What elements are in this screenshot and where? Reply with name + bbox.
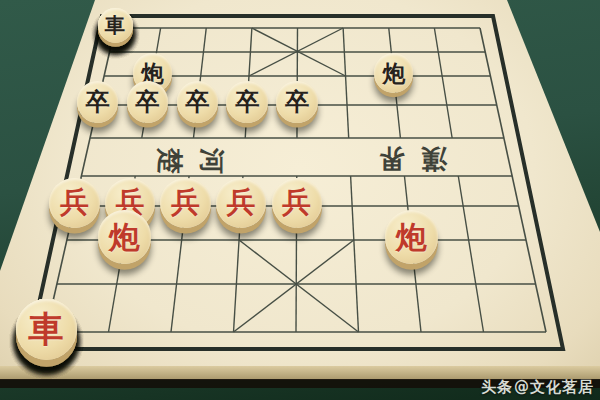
piece-black-chariot[interactable]: 車 xyxy=(98,8,133,43)
piece-black-soldier[interactable]: 卒 xyxy=(127,81,169,123)
piece-red-chariot[interactable]: 車 xyxy=(16,299,77,360)
pieces-layer: 車馬象士将士象馬車炮炮卒卒卒卒卒兵兵兵兵兵炮炮車馬相士帥士相馬車 xyxy=(0,0,600,400)
piece-red-soldier[interactable]: 兵 xyxy=(49,178,99,228)
piece-black-cannon[interactable]: 炮 xyxy=(374,53,413,92)
piece-black-soldier[interactable]: 卒 xyxy=(177,81,219,123)
piece-red-cannon[interactable]: 炮 xyxy=(385,210,438,263)
piece-black-soldier[interactable]: 卒 xyxy=(226,81,268,123)
xiangqi-photo: 楚河 漢界 車馬象士将士象馬車炮炮卒卒卒卒卒兵兵兵兵兵炮炮車馬相士帥士相馬車 头… xyxy=(0,0,600,400)
piece-black-soldier[interactable]: 卒 xyxy=(276,81,318,123)
watermark-brand: 头条 xyxy=(481,378,513,396)
piece-red-soldier[interactable]: 兵 xyxy=(160,178,210,228)
piece-red-cannon[interactable]: 炮 xyxy=(98,210,151,263)
watermark: 头条@文化茗居 xyxy=(481,378,594,397)
watermark-handle: @文化茗居 xyxy=(514,378,594,396)
piece-red-soldier[interactable]: 兵 xyxy=(216,178,266,228)
piece-red-soldier[interactable]: 兵 xyxy=(272,178,322,228)
piece-black-soldier[interactable]: 卒 xyxy=(77,81,119,123)
